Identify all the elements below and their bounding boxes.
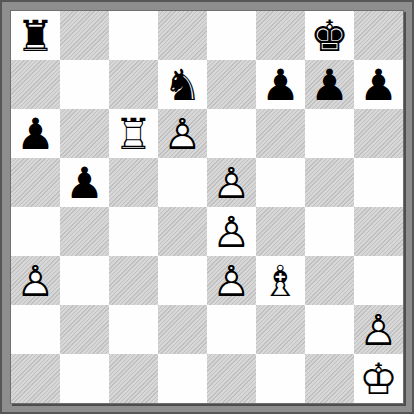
square-b4[interactable] [60,207,109,256]
square-a1[interactable] [11,354,60,403]
white-pawn[interactable]: ♙ [354,305,403,354]
white-rook[interactable]: ♖ [109,109,158,158]
board-frame: ♜♚♞♟♟♟♟♖♙♟♙♙♙♙♗♙♔ [0,0,414,414]
square-a7[interactable] [11,60,60,109]
square-b3[interactable] [60,256,109,305]
square-c2[interactable] [109,305,158,354]
square-h6[interactable] [354,109,403,158]
square-h4[interactable] [354,207,403,256]
square-c4[interactable] [109,207,158,256]
square-b2[interactable] [60,305,109,354]
square-g5[interactable] [305,158,354,207]
square-c6[interactable]: ♖ [109,109,158,158]
square-f2[interactable] [256,305,305,354]
square-d7[interactable]: ♞ [158,60,207,109]
square-a3[interactable]: ♙ [11,256,60,305]
square-e4[interactable]: ♙ [207,207,256,256]
white-king[interactable]: ♔ [354,354,403,403]
square-h5[interactable] [354,158,403,207]
square-d5[interactable] [158,158,207,207]
chess-board: ♜♚♞♟♟♟♟♖♙♟♙♙♙♙♗♙♔ [11,11,403,403]
square-g2[interactable] [305,305,354,354]
black-king[interactable]: ♚ [305,11,354,60]
square-e7[interactable] [207,60,256,109]
white-pawn[interactable]: ♙ [158,109,207,158]
square-h3[interactable] [354,256,403,305]
square-b5[interactable]: ♟ [60,158,109,207]
square-d8[interactable] [158,11,207,60]
white-pawn[interactable]: ♙ [207,207,256,256]
square-e6[interactable] [207,109,256,158]
square-g4[interactable] [305,207,354,256]
square-f1[interactable] [256,354,305,403]
square-c7[interactable] [109,60,158,109]
square-b7[interactable] [60,60,109,109]
square-b8[interactable] [60,11,109,60]
square-h2[interactable]: ♙ [354,305,403,354]
square-g1[interactable] [305,354,354,403]
square-e3[interactable]: ♙ [207,256,256,305]
square-a6[interactable]: ♟ [11,109,60,158]
square-c1[interactable] [109,354,158,403]
black-pawn[interactable]: ♟ [60,158,109,207]
square-a8[interactable]: ♜ [11,11,60,60]
white-pawn[interactable]: ♙ [11,256,60,305]
square-d3[interactable] [158,256,207,305]
square-f5[interactable] [256,158,305,207]
square-e8[interactable] [207,11,256,60]
square-e5[interactable]: ♙ [207,158,256,207]
square-c3[interactable] [109,256,158,305]
black-pawn[interactable]: ♟ [354,60,403,109]
black-rook[interactable]: ♜ [11,11,60,60]
square-f3[interactable]: ♗ [256,256,305,305]
square-c8[interactable] [109,11,158,60]
square-a4[interactable] [11,207,60,256]
square-b6[interactable] [60,109,109,158]
square-d2[interactable] [158,305,207,354]
white-bishop[interactable]: ♗ [256,256,305,305]
black-pawn[interactable]: ♟ [305,60,354,109]
square-b1[interactable] [60,354,109,403]
square-e2[interactable] [207,305,256,354]
square-f7[interactable]: ♟ [256,60,305,109]
square-a2[interactable] [11,305,60,354]
square-g3[interactable] [305,256,354,305]
white-pawn[interactable]: ♙ [207,256,256,305]
square-f4[interactable] [256,207,305,256]
black-pawn[interactable]: ♟ [256,60,305,109]
square-g6[interactable] [305,109,354,158]
square-c5[interactable] [109,158,158,207]
square-f8[interactable] [256,11,305,60]
square-f6[interactable] [256,109,305,158]
square-g8[interactable]: ♚ [305,11,354,60]
square-h7[interactable]: ♟ [354,60,403,109]
square-d6[interactable]: ♙ [158,109,207,158]
square-d1[interactable] [158,354,207,403]
square-g7[interactable]: ♟ [305,60,354,109]
square-e1[interactable] [207,354,256,403]
square-h8[interactable] [354,11,403,60]
black-pawn[interactable]: ♟ [11,109,60,158]
square-h1[interactable]: ♔ [354,354,403,403]
square-a5[interactable] [11,158,60,207]
black-knight[interactable]: ♞ [158,60,207,109]
square-d4[interactable] [158,207,207,256]
white-pawn[interactable]: ♙ [207,158,256,207]
